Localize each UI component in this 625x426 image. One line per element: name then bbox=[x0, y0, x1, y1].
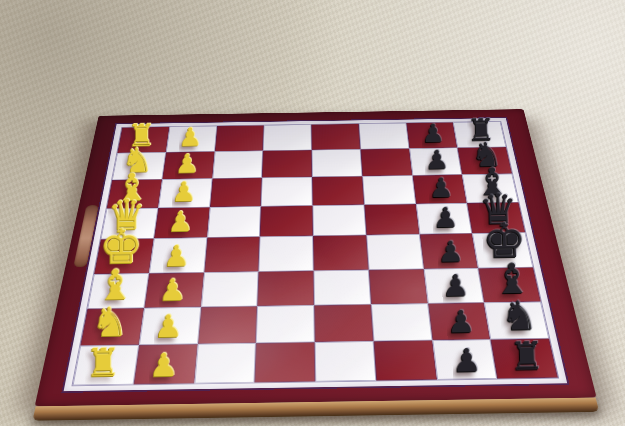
square-f2[interactable]: ♟ bbox=[144, 272, 204, 307]
square-c2[interactable]: ♟ bbox=[158, 179, 212, 208]
square-e6[interactable] bbox=[366, 234, 423, 270]
square-e3[interactable] bbox=[204, 237, 260, 273]
white-knight[interactable]: ♞ bbox=[91, 302, 128, 343]
white-pawn[interactable]: ♟ bbox=[175, 150, 199, 176]
square-d7[interactable]: ♟ bbox=[416, 203, 473, 234]
square-h5[interactable] bbox=[315, 341, 376, 381]
board-perspective-wrapper: ♜♟♟♜♞♟♟♞♝♟♟♝♛♟♟♛♚♟♟♚♝♟♟♝♞♟♟♞♜♟♟♜ bbox=[35, 109, 597, 406]
board-margin: ♜♟♟♜♞♟♟♞♝♟♟♝♛♟♟♛♚♟♟♚♝♟♟♝♞♟♟♞♜♟♟♜ bbox=[64, 118, 568, 391]
white-pawn[interactable]: ♟ bbox=[178, 124, 201, 150]
square-b5[interactable] bbox=[312, 149, 362, 177]
square-g5[interactable] bbox=[314, 304, 373, 342]
white-rook[interactable]: ♜ bbox=[85, 343, 120, 383]
square-h6[interactable] bbox=[373, 340, 436, 380]
square-b3[interactable] bbox=[212, 151, 263, 179]
white-pawn[interactable]: ♟ bbox=[167, 207, 193, 235]
square-a6[interactable] bbox=[359, 123, 409, 149]
square-h3[interactable] bbox=[194, 343, 256, 383]
square-f7[interactable]: ♟ bbox=[423, 268, 484, 303]
white-pawn[interactable]: ♟ bbox=[163, 241, 189, 270]
black-pawn[interactable]: ♟ bbox=[437, 237, 464, 266]
square-c6[interactable] bbox=[362, 175, 415, 204]
carpet-background: ♜♟♟♜♞♟♟♞♝♟♟♝♛♟♟♛♚♟♟♚♝♟♟♝♞♟♟♞♜♟♟♜ bbox=[0, 0, 625, 426]
square-c3[interactable] bbox=[210, 178, 263, 207]
square-d4[interactable] bbox=[260, 206, 313, 237]
square-f4[interactable] bbox=[257, 271, 314, 306]
white-pawn[interactable]: ♟ bbox=[159, 275, 186, 305]
square-e7[interactable]: ♟ bbox=[419, 233, 478, 269]
square-e4[interactable] bbox=[259, 236, 314, 272]
square-g2[interactable]: ♟ bbox=[139, 307, 201, 345]
square-b4[interactable] bbox=[262, 150, 312, 178]
square-d5[interactable] bbox=[313, 205, 367, 236]
black-rook[interactable]: ♜ bbox=[509, 336, 546, 376]
square-h7[interactable]: ♟ bbox=[432, 339, 497, 379]
white-pawn[interactable]: ♟ bbox=[171, 178, 196, 205]
square-a5[interactable] bbox=[311, 124, 360, 150]
square-d2[interactable]: ♟ bbox=[154, 207, 210, 238]
black-pawn[interactable]: ♟ bbox=[451, 344, 481, 377]
square-e5[interactable] bbox=[313, 235, 368, 271]
black-pawn[interactable]: ♟ bbox=[446, 306, 475, 337]
square-f3[interactable] bbox=[201, 272, 259, 307]
white-pawn[interactable]: ♟ bbox=[154, 310, 182, 341]
square-c7[interactable]: ♟ bbox=[412, 175, 467, 204]
square-h8[interactable]: ♜ bbox=[491, 338, 558, 378]
white-pawn[interactable]: ♟ bbox=[149, 349, 178, 382]
square-c4[interactable] bbox=[261, 177, 313, 206]
square-h2[interactable]: ♟ bbox=[133, 344, 197, 384]
black-pawn[interactable]: ♟ bbox=[432, 203, 458, 231]
square-c5[interactable] bbox=[312, 176, 364, 205]
square-g4[interactable] bbox=[256, 305, 315, 343]
board-side-edge bbox=[33, 398, 600, 421]
square-f5[interactable] bbox=[314, 270, 371, 305]
board-grid: ♜♟♟♜♞♟♟♞♝♟♟♝♛♟♟♛♚♟♟♚♝♟♟♝♞♟♟♞♜♟♟♜ bbox=[73, 122, 558, 386]
black-pawn[interactable]: ♟ bbox=[424, 146, 449, 172]
black-pawn[interactable]: ♟ bbox=[428, 174, 453, 201]
square-a3[interactable] bbox=[214, 125, 264, 151]
black-knight[interactable]: ♞ bbox=[500, 295, 538, 336]
square-a4[interactable] bbox=[263, 124, 312, 150]
black-pawn[interactable]: ♟ bbox=[441, 270, 469, 300]
square-g3[interactable] bbox=[197, 306, 257, 344]
chess-board-frame: ♜♟♟♜♞♟♟♞♝♟♟♝♛♟♟♛♚♟♟♚♝♟♟♝♞♟♟♞♜♟♟♜ bbox=[35, 109, 597, 406]
square-g7[interactable]: ♟ bbox=[428, 303, 491, 341]
black-pawn[interactable]: ♟ bbox=[421, 120, 445, 146]
square-h4[interactable] bbox=[255, 342, 316, 382]
square-d6[interactable] bbox=[364, 204, 419, 235]
square-d3[interactable] bbox=[207, 206, 261, 237]
square-f6[interactable] bbox=[368, 269, 427, 304]
square-e2[interactable]: ♟ bbox=[149, 238, 207, 274]
square-g6[interactable] bbox=[371, 303, 432, 341]
square-h1[interactable]: ♜ bbox=[73, 345, 139, 386]
board-rotation-wrapper: ♜♟♟♜♞♟♟♞♝♟♟♝♛♟♟♛♚♟♟♚♝♟♟♝♞♟♟♞♜♟♟♜ bbox=[27, 0, 596, 406]
square-b6[interactable] bbox=[360, 148, 412, 176]
